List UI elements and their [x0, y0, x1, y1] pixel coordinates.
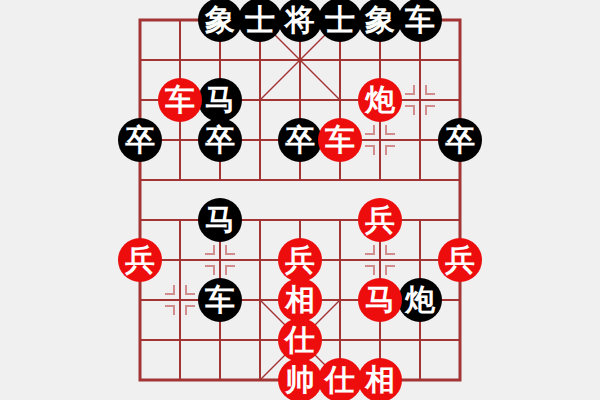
black-advisor[interactable]: 士	[238, 0, 282, 42]
red-cannon[interactable]: 炮	[358, 78, 402, 122]
red-chariot[interactable]: 车	[158, 78, 202, 122]
black-pawn[interactable]: 卒	[198, 118, 242, 162]
red-chariot[interactable]: 车	[318, 118, 362, 162]
red-advisor[interactable]: 仕	[278, 318, 322, 362]
black-elephant[interactable]: 象	[358, 0, 402, 42]
red-pawn[interactable]: 兵	[358, 198, 402, 242]
red-advisor[interactable]: 仕	[318, 358, 362, 400]
black-horse[interactable]: 马	[198, 78, 242, 122]
red-general[interactable]: 帅	[278, 358, 322, 400]
black-advisor[interactable]: 士	[318, 0, 362, 42]
black-cannon[interactable]: 炮	[398, 278, 442, 322]
black-pawn[interactable]: 卒	[438, 118, 482, 162]
red-pawn[interactable]: 兵	[118, 238, 162, 282]
black-horse[interactable]: 马	[198, 198, 242, 242]
xiangqi-app-screen: 象士将士象车马卒卒卒卒马车炮车炮车兵兵兵兵相马仕帅仕相	[0, 0, 600, 400]
black-chariot[interactable]: 车	[198, 278, 242, 322]
xiangqi-board[interactable]: 象士将士象车马卒卒卒卒马车炮车炮车兵兵兵兵相马仕帅仕相	[120, 0, 480, 400]
red-elephant[interactable]: 相	[358, 358, 402, 400]
red-elephant[interactable]: 相	[278, 278, 322, 322]
black-chariot[interactable]: 车	[398, 0, 442, 42]
red-horse[interactable]: 马	[358, 278, 402, 322]
red-pawn[interactable]: 兵	[438, 238, 482, 282]
red-pawn[interactable]: 兵	[278, 238, 322, 282]
black-general[interactable]: 将	[278, 0, 322, 42]
black-elephant[interactable]: 象	[198, 0, 242, 42]
black-pawn[interactable]: 卒	[278, 118, 322, 162]
black-pawn[interactable]: 卒	[118, 118, 162, 162]
